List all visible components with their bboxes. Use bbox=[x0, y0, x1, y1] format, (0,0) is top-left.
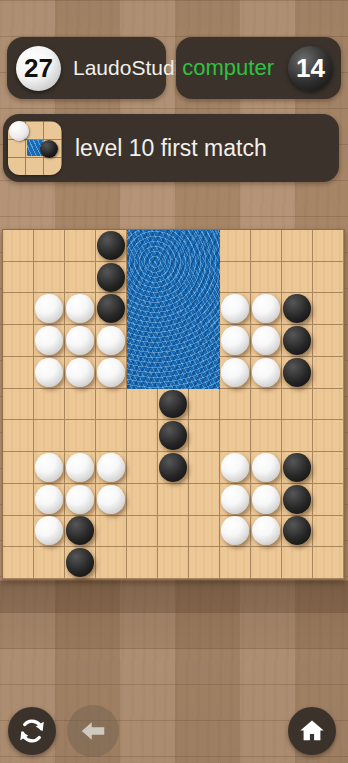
undo-arrow-icon bbox=[78, 716, 108, 746]
board-cell[interactable] bbox=[220, 262, 251, 294]
black-score: 14 bbox=[296, 53, 325, 84]
board-cell[interactable] bbox=[127, 420, 158, 452]
board-cell[interactable] bbox=[251, 325, 282, 357]
board-cell[interactable] bbox=[34, 293, 65, 325]
board-cell[interactable] bbox=[34, 389, 65, 421]
board-cell[interactable] bbox=[282, 452, 313, 484]
board-cell[interactable] bbox=[282, 516, 313, 548]
board-cell[interactable] bbox=[34, 452, 65, 484]
mini-white-stone bbox=[9, 121, 29, 141]
white-stone bbox=[221, 326, 249, 355]
mini-board-icon bbox=[8, 121, 62, 175]
board-cell[interactable] bbox=[65, 230, 96, 262]
board-cell[interactable] bbox=[220, 484, 251, 516]
board-cell[interactable] bbox=[220, 547, 251, 579]
board-cell[interactable] bbox=[251, 389, 282, 421]
board-cell[interactable] bbox=[251, 452, 282, 484]
white-stone bbox=[66, 485, 94, 514]
board-cell[interactable] bbox=[34, 230, 65, 262]
board-cell[interactable] bbox=[34, 420, 65, 452]
board-cell[interactable] bbox=[220, 357, 251, 389]
restart-button[interactable] bbox=[8, 707, 56, 755]
black-stone-score-badge: 14 bbox=[288, 46, 333, 91]
white-stone bbox=[97, 485, 125, 514]
black-stone bbox=[66, 548, 94, 577]
board-cell[interactable] bbox=[313, 420, 344, 452]
score-panel-player: 27 LaudoStudio bbox=[7, 37, 166, 99]
board-cell[interactable] bbox=[313, 293, 344, 325]
board-cell[interactable] bbox=[65, 389, 96, 421]
white-stone bbox=[97, 358, 125, 387]
board-cell[interactable] bbox=[34, 516, 65, 548]
board-cell[interactable] bbox=[282, 389, 313, 421]
board-cell[interactable] bbox=[96, 484, 127, 516]
board-cell[interactable] bbox=[34, 547, 65, 579]
board-cell[interactable] bbox=[96, 325, 127, 357]
home-icon bbox=[298, 717, 326, 745]
board-cell[interactable] bbox=[158, 516, 189, 548]
white-stone bbox=[252, 326, 280, 355]
score-panel-computer: computer 14 bbox=[176, 37, 341, 99]
board-cell[interactable] bbox=[158, 452, 189, 484]
board-cell[interactable] bbox=[96, 357, 127, 389]
white-stone bbox=[221, 516, 249, 545]
board-cell[interactable] bbox=[189, 547, 220, 579]
board-cell[interactable] bbox=[251, 293, 282, 325]
board-cell[interactable] bbox=[313, 547, 344, 579]
white-stone bbox=[221, 485, 249, 514]
white-stone bbox=[221, 453, 249, 482]
board-cell[interactable] bbox=[3, 547, 34, 579]
board-cell[interactable] bbox=[96, 293, 127, 325]
white-stone bbox=[66, 326, 94, 355]
board-cell[interactable] bbox=[313, 230, 344, 262]
board-cell[interactable] bbox=[158, 420, 189, 452]
board-cell[interactable] bbox=[96, 516, 127, 548]
white-stone bbox=[252, 358, 280, 387]
black-stone bbox=[159, 453, 187, 482]
board-cell[interactable] bbox=[127, 484, 158, 516]
water-lake bbox=[127, 230, 220, 389]
black-stone bbox=[97, 231, 125, 260]
board-cell[interactable] bbox=[251, 484, 282, 516]
board-cell[interactable] bbox=[189, 389, 220, 421]
black-stone bbox=[283, 453, 311, 482]
board-cell[interactable] bbox=[189, 484, 220, 516]
board-cell[interactable] bbox=[96, 420, 127, 452]
board-cell[interactable] bbox=[220, 230, 251, 262]
board-cell[interactable] bbox=[3, 420, 34, 452]
board-cell[interactable] bbox=[96, 547, 127, 579]
board-cell[interactable] bbox=[282, 325, 313, 357]
board-cell[interactable] bbox=[313, 389, 344, 421]
board-cell[interactable] bbox=[313, 357, 344, 389]
board-cell[interactable] bbox=[158, 547, 189, 579]
board-cell[interactable] bbox=[220, 516, 251, 548]
board-cell[interactable] bbox=[158, 484, 189, 516]
white-stone bbox=[221, 358, 249, 387]
board-cell[interactable] bbox=[313, 516, 344, 548]
board bbox=[2, 229, 345, 580]
black-stone bbox=[283, 326, 311, 355]
mini-black-stone bbox=[40, 140, 58, 158]
board-cell[interactable] bbox=[65, 325, 96, 357]
board-cell[interactable] bbox=[313, 262, 344, 294]
board-cell[interactable] bbox=[127, 516, 158, 548]
white-stone bbox=[252, 516, 280, 545]
board-cell[interactable] bbox=[251, 230, 282, 262]
white-stone bbox=[35, 485, 63, 514]
board-cell[interactable] bbox=[65, 262, 96, 294]
board-cell[interactable] bbox=[313, 484, 344, 516]
white-stone bbox=[97, 453, 125, 482]
white-stone bbox=[35, 516, 63, 545]
board-cell[interactable] bbox=[3, 230, 34, 262]
board-cell[interactable] bbox=[96, 230, 127, 262]
board-cell[interactable] bbox=[3, 484, 34, 516]
white-score: 27 bbox=[24, 53, 53, 84]
black-stone bbox=[159, 421, 187, 450]
black-stone bbox=[283, 294, 311, 323]
white-stone bbox=[252, 294, 280, 323]
board-cell[interactable] bbox=[282, 547, 313, 579]
board-cell[interactable] bbox=[313, 325, 344, 357]
board-cell[interactable] bbox=[251, 420, 282, 452]
board-cell[interactable] bbox=[282, 420, 313, 452]
app-screen: 27 LaudoStudio computer 14 level 10 firs… bbox=[0, 0, 348, 763]
black-stone bbox=[66, 516, 94, 545]
board-cell[interactable] bbox=[127, 452, 158, 484]
board-cell[interactable] bbox=[282, 262, 313, 294]
board-cell[interactable] bbox=[158, 389, 189, 421]
board-cell[interactable] bbox=[96, 262, 127, 294]
board-cell[interactable] bbox=[34, 484, 65, 516]
board-cell[interactable] bbox=[34, 357, 65, 389]
white-stone bbox=[35, 294, 63, 323]
board-cell[interactable] bbox=[189, 516, 220, 548]
board-cell[interactable] bbox=[220, 452, 251, 484]
board-cell[interactable] bbox=[3, 325, 34, 357]
computer-name: computer bbox=[182, 55, 274, 81]
black-stone bbox=[283, 516, 311, 545]
white-stone bbox=[97, 326, 125, 355]
board-cell[interactable] bbox=[251, 262, 282, 294]
board-cell[interactable] bbox=[313, 452, 344, 484]
white-stone-score-badge: 27 bbox=[16, 46, 61, 91]
board-cell[interactable] bbox=[220, 420, 251, 452]
black-stone bbox=[283, 358, 311, 387]
board-cell[interactable] bbox=[65, 357, 96, 389]
board-cell[interactable] bbox=[3, 262, 34, 294]
board-cell[interactable] bbox=[282, 357, 313, 389]
board-cell[interactable] bbox=[3, 357, 34, 389]
level-label: level 10 first match bbox=[75, 135, 267, 162]
board-cell[interactable] bbox=[189, 452, 220, 484]
board-cell[interactable] bbox=[96, 452, 127, 484]
board-cell[interactable] bbox=[282, 484, 313, 516]
black-stone bbox=[97, 294, 125, 323]
board-cell[interactable] bbox=[65, 452, 96, 484]
board-cell[interactable] bbox=[3, 293, 34, 325]
board-cell[interactable] bbox=[96, 389, 127, 421]
board-cell[interactable] bbox=[220, 293, 251, 325]
board-cell[interactable] bbox=[65, 484, 96, 516]
white-stone bbox=[35, 326, 63, 355]
white-stone bbox=[221, 294, 249, 323]
board-cell[interactable] bbox=[220, 325, 251, 357]
black-stone bbox=[283, 485, 311, 514]
board-cell[interactable] bbox=[282, 293, 313, 325]
board-cell[interactable] bbox=[282, 230, 313, 262]
white-stone bbox=[35, 358, 63, 387]
board-cell[interactable] bbox=[251, 357, 282, 389]
board-cell[interactable] bbox=[127, 389, 158, 421]
home-button[interactable] bbox=[288, 707, 336, 755]
board-cell[interactable] bbox=[65, 293, 96, 325]
black-stone bbox=[97, 263, 125, 292]
board-cell[interactable] bbox=[65, 547, 96, 579]
board-cell[interactable] bbox=[3, 516, 34, 548]
board-cell[interactable] bbox=[220, 389, 251, 421]
board-cell[interactable] bbox=[251, 516, 282, 548]
board-cell[interactable] bbox=[3, 452, 34, 484]
white-stone bbox=[252, 485, 280, 514]
board-cell[interactable] bbox=[65, 516, 96, 548]
white-stone bbox=[252, 453, 280, 482]
white-stone bbox=[35, 453, 63, 482]
board-cell[interactable] bbox=[251, 547, 282, 579]
board-cell[interactable] bbox=[65, 420, 96, 452]
player-name: LaudoStudio bbox=[73, 56, 191, 80]
white-stone bbox=[66, 453, 94, 482]
board-cell[interactable] bbox=[34, 325, 65, 357]
board-cell[interactable] bbox=[189, 420, 220, 452]
white-stone bbox=[66, 294, 94, 323]
white-stone bbox=[66, 358, 94, 387]
board-cell[interactable] bbox=[127, 547, 158, 579]
restart-icon bbox=[17, 716, 47, 746]
board-cell[interactable] bbox=[34, 262, 65, 294]
black-stone bbox=[159, 390, 187, 419]
undo-button[interactable] bbox=[67, 705, 119, 757]
board-cell[interactable] bbox=[3, 389, 34, 421]
level-banner: level 10 first match bbox=[3, 114, 339, 182]
